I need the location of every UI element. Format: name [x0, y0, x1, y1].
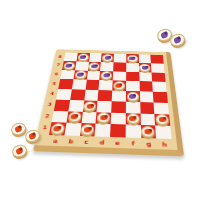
square-c1[interactable] [79, 123, 95, 136]
dog-icon [70, 114, 78, 119]
cat-icon [129, 56, 135, 60]
piece-dog-h2[interactable] [156, 114, 170, 125]
dog-icon [100, 115, 108, 120]
file-label-d: d [94, 136, 110, 147]
square-e2[interactable] [111, 112, 126, 124]
piece-cat-a7[interactable] [63, 61, 75, 69]
square-h6[interactable] [152, 72, 166, 82]
square-d3[interactable] [97, 101, 112, 113]
cat-icon [103, 73, 110, 77]
dog-icon [53, 126, 62, 132]
square-g1[interactable] [140, 125, 156, 138]
file-label-f: f [125, 137, 141, 148]
square-d8[interactable] [101, 53, 114, 62]
square-e5[interactable] [112, 81, 126, 91]
square-g6[interactable] [139, 72, 153, 82]
square-h5[interactable] [152, 82, 166, 92]
piece-dog-b2[interactable] [67, 112, 81, 123]
square-d4[interactable] [98, 90, 112, 101]
square-c7[interactable] [88, 62, 102, 71]
square-f5[interactable] [126, 81, 140, 91]
piece-dog-d2[interactable] [97, 113, 110, 124]
square-h4[interactable] [153, 92, 168, 103]
square-c2[interactable] [81, 111, 97, 123]
cat-icon [80, 55, 87, 59]
file-label-g: g [141, 138, 157, 149]
square-d2[interactable] [96, 112, 111, 124]
piece-cat-b6[interactable] [74, 71, 86, 79]
board-frame: 12345678 abcdefgh [33, 49, 184, 156]
piece-dog-f2[interactable] [126, 113, 139, 124]
piece-cat-c7[interactable] [88, 62, 100, 70]
square-f4[interactable] [126, 91, 140, 102]
dog-icon [158, 117, 166, 122]
piece-dog-c3[interactable] [83, 101, 96, 111]
square-h8[interactable] [151, 55, 164, 64]
square-g7[interactable] [139, 63, 152, 72]
square-d7[interactable] [100, 62, 113, 71]
square-b2[interactable] [66, 111, 82, 123]
piece-dog-c1[interactable] [80, 124, 94, 135]
square-h7[interactable] [151, 63, 165, 72]
square-g3[interactable] [140, 102, 155, 114]
square-e6[interactable] [113, 71, 126, 81]
square-b6[interactable] [73, 70, 87, 80]
square-h2[interactable] [155, 114, 171, 126]
dog-icon [84, 127, 92, 133]
dog-icon [144, 129, 152, 135]
cat-icon [77, 73, 84, 77]
square-b5[interactable] [72, 79, 87, 89]
square-e8[interactable] [114, 54, 127, 63]
board-grid[interactable] [49, 52, 172, 139]
square-e7[interactable] [113, 62, 126, 71]
dog-icon [86, 103, 94, 108]
square-b7[interactable] [75, 61, 89, 70]
cat-icon [104, 56, 111, 60]
dog-icon [129, 116, 137, 121]
square-e4[interactable] [112, 90, 126, 101]
square-d1[interactable] [95, 124, 111, 137]
piece-cat-f8[interactable] [127, 55, 138, 63]
square-c5[interactable] [85, 80, 99, 90]
square-e1[interactable] [110, 124, 125, 137]
file-label-e: e [110, 137, 126, 148]
piece-dog-e5[interactable] [113, 81, 125, 90]
cat-icon [160, 31, 169, 39]
square-b4[interactable] [70, 89, 85, 100]
square-g5[interactable] [139, 81, 153, 91]
square-g4[interactable] [139, 91, 153, 102]
square-f8[interactable] [126, 54, 139, 63]
cat-icon [142, 65, 149, 69]
square-f6[interactable] [126, 71, 139, 81]
piece-dog-g1[interactable] [141, 126, 155, 138]
square-b1[interactable] [64, 123, 81, 136]
square-h1[interactable] [155, 126, 171, 139]
piece-cat-d6[interactable] [100, 71, 112, 80]
piece-cat-g7[interactable] [139, 63, 150, 71]
cat-icon [91, 64, 98, 68]
dog-icon [15, 147, 24, 155]
file-label-c: c [78, 136, 95, 147]
piece-dog-a1[interactable] [50, 123, 65, 134]
square-d5[interactable] [99, 80, 113, 90]
captured-piece-dog-3[interactable] [11, 143, 29, 159]
square-b8[interactable] [76, 53, 89, 62]
cat-icon [129, 94, 136, 99]
checkers-board: 12345678 abcdefgh [33, 49, 184, 156]
piece-cat-f4[interactable] [127, 92, 139, 102]
dog-icon [116, 83, 123, 88]
square-d6[interactable] [100, 71, 114, 81]
square-c8[interactable] [89, 53, 102, 62]
cat-icon [173, 36, 182, 44]
square-f1[interactable] [125, 125, 140, 138]
dog-icon [28, 132, 37, 140]
square-f3[interactable] [126, 101, 140, 113]
square-c3[interactable] [82, 100, 97, 112]
square-g8[interactable] [138, 54, 151, 63]
photo-scene: 12345678 abcdefgh [0, 0, 200, 200]
square-c4[interactable] [84, 90, 99, 101]
square-g2[interactable] [140, 113, 155, 125]
piece-cat-d8[interactable] [102, 54, 113, 62]
square-f2[interactable] [125, 113, 140, 125]
cat-icon [66, 63, 73, 67]
square-h3[interactable] [154, 102, 169, 114]
square-c6[interactable] [86, 70, 100, 80]
square-e3[interactable] [111, 101, 126, 113]
dog-icon [14, 125, 23, 133]
square-f7[interactable] [126, 63, 139, 72]
piece-cat-b8[interactable] [77, 53, 89, 61]
file-label-h: h [156, 138, 173, 149]
square-b3[interactable] [68, 100, 84, 112]
file-label-b: b [62, 135, 79, 146]
